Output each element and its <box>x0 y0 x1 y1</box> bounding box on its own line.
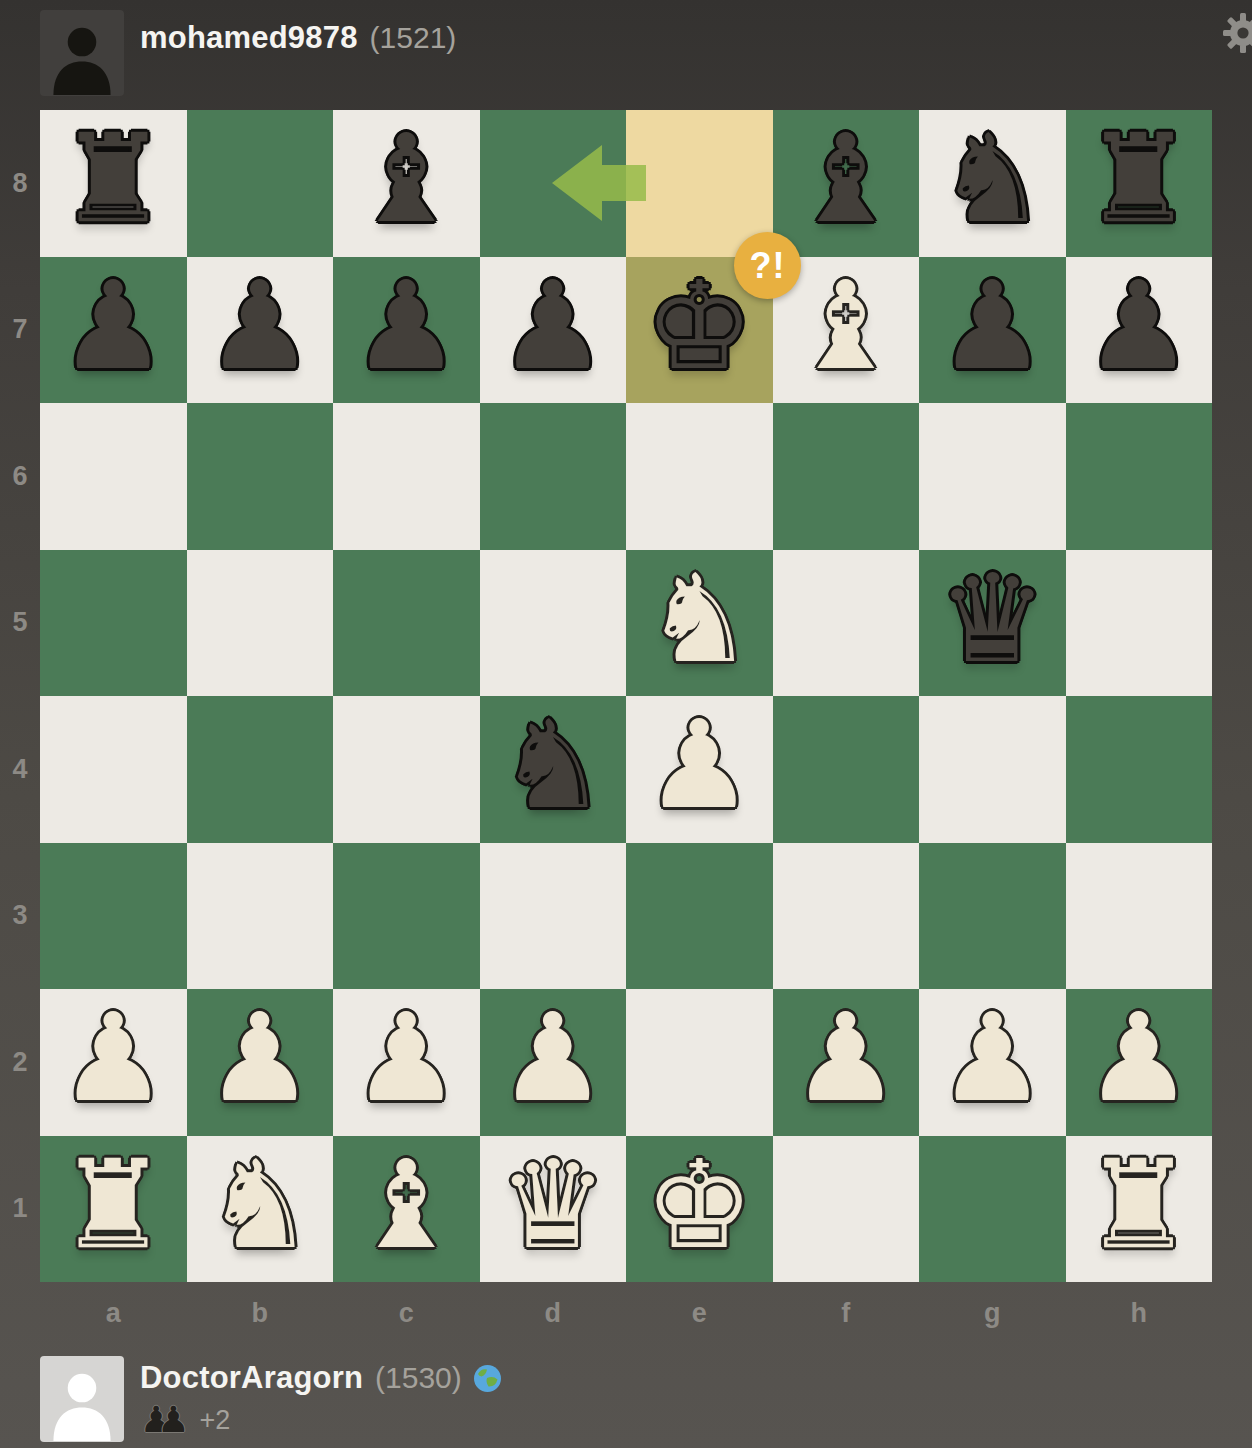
square-h8[interactable]: ♜ <box>1066 110 1213 257</box>
bottom-player-avatar[interactable] <box>40 1356 124 1442</box>
rank-label-2: 2 <box>0 989 40 1136</box>
top-player-rating: (1521) <box>370 21 457 55</box>
white-pawn-piece[interactable]: ♟ <box>938 997 1047 1119</box>
square-c1[interactable]: ♝ <box>333 1136 480 1283</box>
file-label-d: d <box>480 1282 627 1344</box>
square-e1[interactable]: ♚ <box>626 1136 773 1283</box>
square-g6[interactable] <box>919 403 1066 550</box>
file-labels: abcdefgh <box>40 1282 1212 1344</box>
square-a6[interactable] <box>40 403 187 550</box>
rank-label-4: 4 <box>0 696 40 843</box>
file-label-c: c <box>333 1282 480 1344</box>
white-knight-piece[interactable]: ♞ <box>205 1144 314 1266</box>
file-label-h: h <box>1066 1282 1213 1344</box>
square-b2[interactable]: ♟ <box>187 989 334 1136</box>
square-a8[interactable]: ♜ <box>40 110 187 257</box>
square-c8[interactable]: ♝ <box>333 110 480 257</box>
white-queen-piece[interactable]: ♛ <box>498 1144 607 1266</box>
black-bishop-piece[interactable]: ♝ <box>791 118 900 240</box>
square-f1[interactable] <box>773 1136 920 1283</box>
bottom-player-rating: (1530) <box>375 1361 462 1395</box>
black-pawn-piece[interactable]: ♟ <box>938 265 1047 387</box>
square-c4[interactable] <box>333 696 480 843</box>
black-knight-piece[interactable]: ♞ <box>498 704 607 826</box>
square-b3[interactable] <box>187 843 334 990</box>
square-g1[interactable] <box>919 1136 1066 1283</box>
square-d6[interactable] <box>480 403 627 550</box>
square-d5[interactable] <box>480 550 627 697</box>
top-player-bar: mohamed9878 (1521) <box>0 0 1252 110</box>
square-g4[interactable] <box>919 696 1066 843</box>
square-g7[interactable]: ♟ <box>919 257 1066 404</box>
white-pawn-piece[interactable]: ♟ <box>59 997 168 1119</box>
square-h1[interactable]: ♜ <box>1066 1136 1213 1283</box>
white-king-piece[interactable]: ♚ <box>645 1144 754 1266</box>
board-grid: ♜♝♝♞♜♟♟♟♟♚♝♟♟♞♛♞♟♟♟♟♟♟♟♟♜♞♝♛♚♜ <box>40 110 1212 1282</box>
white-bishop-piece[interactable]: ♝ <box>352 1144 461 1266</box>
square-h3[interactable] <box>1066 843 1213 990</box>
square-c5[interactable] <box>333 550 480 697</box>
black-pawn-piece[interactable]: ♟ <box>352 265 461 387</box>
black-rook-piece[interactable]: ♜ <box>59 118 168 240</box>
white-rook-piece[interactable]: ♜ <box>1084 1144 1193 1266</box>
bottom-player-name[interactable]: DoctorAragorn <box>140 1360 363 1396</box>
white-pawn-piece[interactable]: ♟ <box>791 997 900 1119</box>
square-g8[interactable]: ♞ <box>919 110 1066 257</box>
square-a4[interactable] <box>40 696 187 843</box>
square-d7[interactable]: ♟ <box>480 257 627 404</box>
square-h2[interactable]: ♟ <box>1066 989 1213 1136</box>
globe-icon <box>474 1365 501 1392</box>
black-bishop-piece[interactable]: ♝ <box>352 118 461 240</box>
black-pawn-piece[interactable]: ♟ <box>1084 265 1193 387</box>
square-a2[interactable]: ♟ <box>40 989 187 1136</box>
square-f3[interactable] <box>773 843 920 990</box>
square-g2[interactable]: ♟ <box>919 989 1066 1136</box>
white-knight-piece[interactable]: ♞ <box>645 558 754 680</box>
square-c3[interactable] <box>333 843 480 990</box>
rank-labels: 87654321 <box>0 110 40 1282</box>
square-f2[interactable]: ♟ <box>773 989 920 1136</box>
file-label-a: a <box>40 1282 187 1344</box>
square-d4[interactable]: ♞ <box>480 696 627 843</box>
gear-icon[interactable] <box>1221 11 1252 55</box>
white-rook-piece[interactable]: ♜ <box>59 1144 168 1266</box>
person-silhouette-icon <box>40 10 124 96</box>
square-h7[interactable]: ♟ <box>1066 257 1213 404</box>
square-d8[interactable] <box>480 110 627 257</box>
white-pawn-piece[interactable]: ♟ <box>205 997 314 1119</box>
rank-label-8: 8 <box>0 110 40 257</box>
white-bishop-piece[interactable]: ♝ <box>791 265 900 387</box>
black-rook-piece[interactable]: ♜ <box>1084 118 1193 240</box>
black-queen-piece[interactable]: ♛ <box>938 558 1047 680</box>
black-pawn-piece[interactable]: ♟ <box>498 265 607 387</box>
square-h5[interactable] <box>1066 550 1213 697</box>
white-pawn-piece[interactable]: ♟ <box>1084 997 1193 1119</box>
square-e3[interactable] <box>626 843 773 990</box>
rank-label-5: 5 <box>0 550 40 697</box>
material-advantage: +2 <box>200 1405 231 1436</box>
chess-board: ♜♝♝♞♜♟♟♟♟♚♝♟♟♞♛♞♟♟♟♟♟♟♟♟♜♞♝♛♚♜ ?! <box>40 110 1212 1282</box>
square-e6[interactable] <box>626 403 773 550</box>
bottom-player-bar: DoctorAragorn (1530) ♟ ♟ +2 <box>0 1344 1252 1448</box>
white-pawn-piece[interactable]: ♟ <box>498 997 607 1119</box>
captured-pieces-icons: ♟ ♟ <box>140 1402 190 1438</box>
rank-label-3: 3 <box>0 843 40 990</box>
square-a5[interactable] <box>40 550 187 697</box>
square-h6[interactable] <box>1066 403 1213 550</box>
square-d1[interactable]: ♛ <box>480 1136 627 1283</box>
file-label-f: f <box>773 1282 920 1344</box>
file-label-g: g <box>919 1282 1066 1344</box>
square-g5[interactable]: ♛ <box>919 550 1066 697</box>
white-pawn-piece[interactable]: ♟ <box>352 997 461 1119</box>
captured-black-pawn-icon: ♟ <box>157 1402 189 1438</box>
square-d2[interactable]: ♟ <box>480 989 627 1136</box>
square-f5[interactable] <box>773 550 920 697</box>
square-a3[interactable] <box>40 843 187 990</box>
rank-label-7: 7 <box>0 257 40 404</box>
file-label-b: b <box>187 1282 334 1344</box>
square-b8[interactable] <box>187 110 334 257</box>
square-f6[interactable] <box>773 403 920 550</box>
square-c2[interactable]: ♟ <box>333 989 480 1136</box>
square-b1[interactable]: ♞ <box>187 1136 334 1283</box>
square-f8[interactable]: ♝ <box>773 110 920 257</box>
top-player-name[interactable]: mohamed9878 <box>140 20 358 56</box>
square-b5[interactable] <box>187 550 334 697</box>
top-player-avatar[interactable] <box>40 10 124 96</box>
square-c6[interactable] <box>333 403 480 550</box>
black-pawn-piece[interactable]: ♟ <box>205 265 314 387</box>
rank-label-1: 1 <box>0 1136 40 1283</box>
black-knight-piece[interactable]: ♞ <box>938 118 1047 240</box>
rank-label-6: 6 <box>0 403 40 550</box>
move-annotation-badge: ?! <box>734 232 801 299</box>
square-h4[interactable] <box>1066 696 1213 843</box>
square-b4[interactable] <box>187 696 334 843</box>
square-e4[interactable]: ♟ <box>626 696 773 843</box>
square-a1[interactable]: ♜ <box>40 1136 187 1283</box>
square-c7[interactable]: ♟ <box>333 257 480 404</box>
black-pawn-piece[interactable]: ♟ <box>59 265 168 387</box>
square-b6[interactable] <box>187 403 334 550</box>
square-e2[interactable] <box>626 989 773 1136</box>
person-silhouette-icon <box>40 1356 124 1442</box>
black-king-piece[interactable]: ♚ <box>645 265 754 387</box>
file-label-e: e <box>626 1282 773 1344</box>
square-e5[interactable]: ♞ <box>626 550 773 697</box>
square-b7[interactable]: ♟ <box>187 257 334 404</box>
white-pawn-piece[interactable]: ♟ <box>645 704 754 826</box>
square-e8[interactable] <box>626 110 773 257</box>
square-a7[interactable]: ♟ <box>40 257 187 404</box>
square-f4[interactable] <box>773 696 920 843</box>
square-d3[interactable] <box>480 843 627 990</box>
square-g3[interactable] <box>919 843 1066 990</box>
